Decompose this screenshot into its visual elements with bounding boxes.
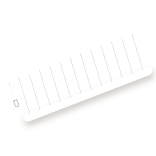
product-photo-scene [0, 0, 156, 156]
board-top-surface [8, 31, 152, 117]
mancala-board [8, 31, 152, 117]
